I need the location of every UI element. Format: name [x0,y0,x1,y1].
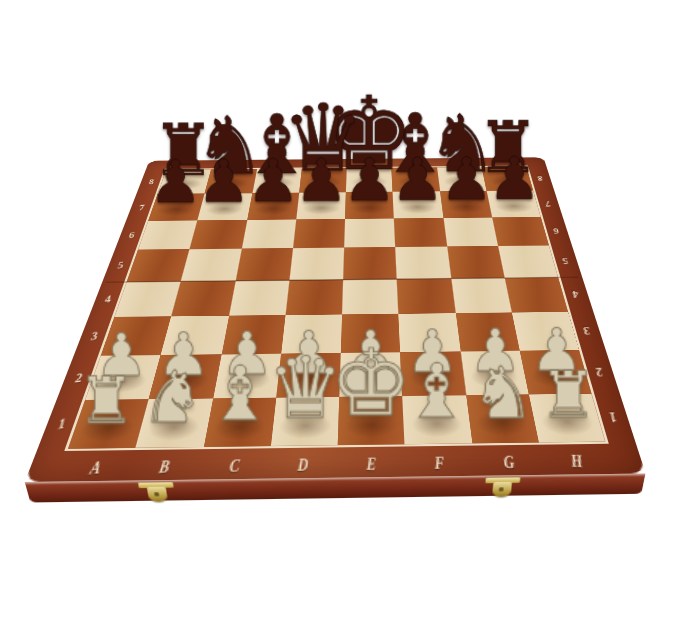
board-front-edge [25,473,646,502]
square-e4 [342,279,399,315]
square-e6 [344,218,395,247]
square-g6 [443,217,498,246]
piece-glyph: ♝ [404,348,471,434]
product-photo: ♜♞♝♛♚♝♞♜♟♟♟♟♟♟♟♟♟♟♟♟♟♟♟♟♜♞♝♛♚♝♞♜ ABCDEFG… [0,0,680,630]
file-label-c: C [218,455,250,477]
rank-label-left-4: 4 [99,293,117,306]
white-bishop-f1: ♝ [404,354,471,428]
rank-label-right-7: 7 [539,199,557,208]
piece-glyph: ♞ [471,351,535,434]
square-d1: ♛ [271,396,340,446]
file-label-h: H [560,450,593,473]
file-label-a: A [78,456,113,480]
piece-glyph: ♟ [343,146,396,215]
square-a7: ♟ [148,194,205,221]
rank-label-left-6: 6 [124,230,140,241]
black-pawn-g7: ♟ [440,151,493,210]
piece-glyph: ♟ [440,145,493,214]
square-b4 [171,281,235,317]
square-d4 [285,279,343,315]
square-h1: ♜ [528,393,605,442]
white-knight-g1: ♞ [471,356,535,427]
clasp-right [485,477,520,483]
rank-label-left-7: 7 [134,202,150,212]
file-label-f: F [425,453,455,474]
square-b1: ♞ [136,398,213,448]
rank-label-left-5: 5 [112,260,129,272]
rank-label-right-4: 4 [565,288,586,300]
white-rook-a1: ♜ [78,369,136,433]
black-pawn-f7: ♟ [391,151,444,210]
square-g7: ♟ [440,191,492,218]
piece-glyph: ♝ [206,351,273,437]
square-c4 [228,280,289,316]
square-b7: ♟ [198,193,252,220]
black-pawn-c7: ♟ [246,152,299,211]
square-e1: ♚ [338,396,405,445]
board-grid: ♜♞♝♛♚♝♞♜♟♟♟♟♟♟♟♟♟♟♟♟♟♟♟♟♜♞♝♛♚♝♞♜ [64,166,609,452]
black-pawn-h7: ♟ [488,150,541,209]
square-a6 [138,220,198,250]
piece-glyph: ♟ [198,147,251,216]
square-g1: ♞ [466,394,539,443]
square-c6 [241,219,296,248]
white-bishop-c1: ♝ [206,357,273,432]
square-f1: ♝ [403,395,472,444]
file-label-e: E [357,454,386,475]
black-pawn-b7: ♟ [198,153,251,212]
square-f6 [394,218,447,247]
square-f4 [397,278,455,314]
square-d6 [293,219,345,248]
rank-label-right-5: 5 [555,256,575,266]
square-f5 [395,247,450,279]
black-pawn-e7: ♟ [343,151,396,210]
rank-label-right-1: 1 [600,409,626,425]
square-h4 [504,277,568,312]
piece-glyph: ♛ [267,338,343,436]
file-label-b: B [148,456,181,479]
white-knight-b1: ♞ [141,360,205,432]
piece-glyph: ♜ [78,363,136,438]
black-pawn-a7: ♟ [149,153,202,212]
black-pawn-d7: ♟ [295,152,348,211]
square-c7: ♟ [247,193,299,220]
piece-glyph: ♟ [391,146,444,215]
square-f7: ♟ [393,192,443,219]
scene: ♜♞♝♛♚♝♞♜♟♟♟♟♟♟♟♟♟♟♟♟♟♟♟♟♜♞♝♛♚♝♞♜ ABCDEFG… [0,0,680,630]
square-a4 [114,281,181,317]
square-e7: ♟ [345,192,394,219]
file-label-d: D [287,455,317,477]
square-d7: ♟ [296,192,346,219]
square-h5 [498,246,558,278]
square-h7: ♟ [486,191,540,218]
rank-label-right-6: 6 [547,226,566,236]
square-g5 [447,246,505,278]
piece-glyph: ♟ [488,145,541,214]
piece-glyph: ♟ [246,147,299,216]
rank-label-left-1: 1 [51,415,74,434]
square-d5 [289,248,344,280]
square-b5 [181,249,241,281]
piece-glyph: ♞ [141,360,205,432]
white-rook-h1: ♜ [540,363,597,427]
piece-glyph: ♟ [295,146,348,215]
square-e5 [343,247,397,279]
clasp-left [138,482,174,488]
square-b6 [190,220,247,249]
square-c1: ♝ [203,397,276,447]
white-queen-d1: ♛ [267,345,343,430]
square-c5 [235,248,293,280]
file-label-g: G [493,452,525,474]
chessboard: ♜♞♝♛♚♝♞♜♟♟♟♟♟♟♟♟♟♟♟♟♟♟♟♟♜♞♝♛♚♝♞♜ ABCDEFG… [25,157,646,482]
square-g4 [451,278,512,313]
piece-glyph: ♜ [540,357,597,431]
piece-glyph: ♟ [149,148,202,217]
square-a5 [127,249,190,281]
square-h6 [492,217,549,246]
